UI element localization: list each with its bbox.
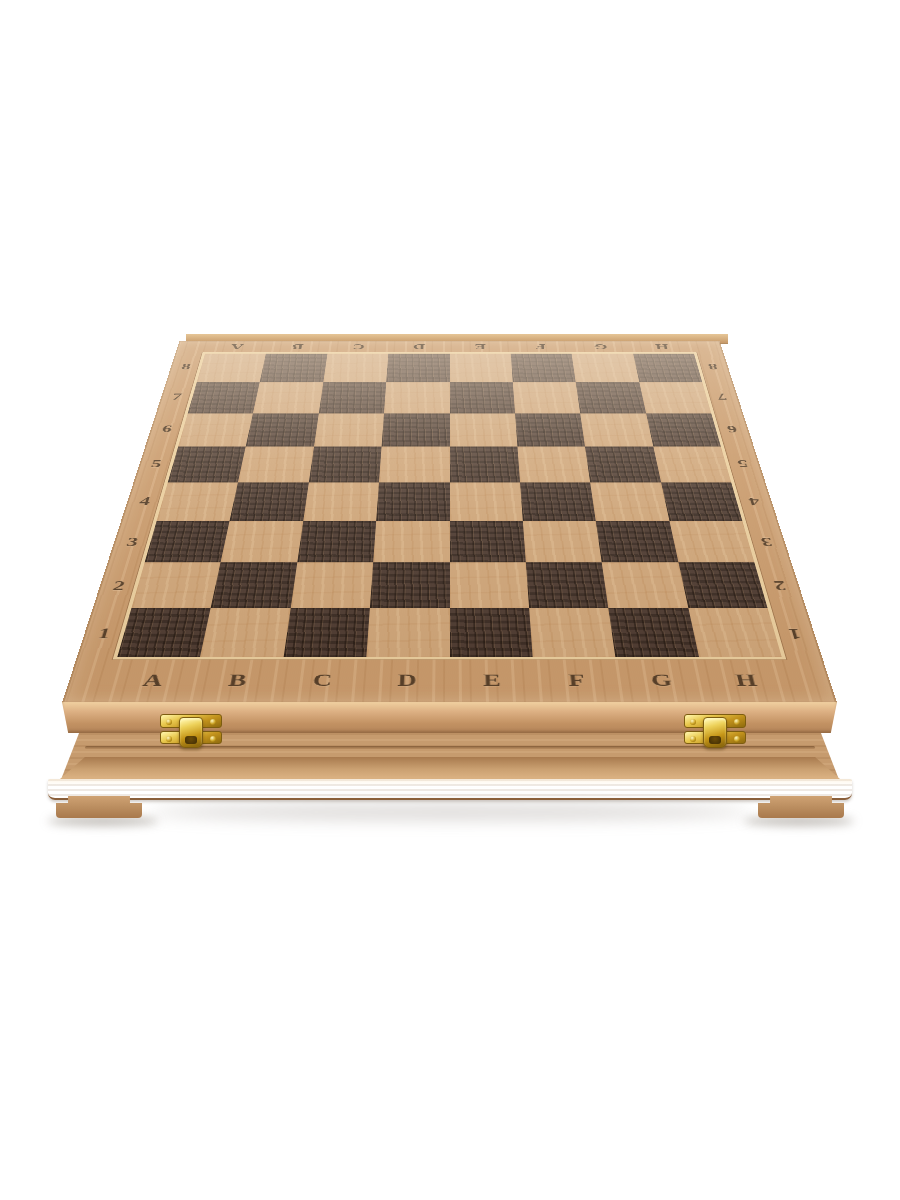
square-a4[interactable] <box>157 482 239 521</box>
file-labels-front: ABCDEFGH <box>106 664 794 698</box>
file-label-back-a: A <box>205 341 268 352</box>
square-c6[interactable] <box>314 413 384 446</box>
square-h7[interactable] <box>639 382 711 413</box>
square-a8[interactable] <box>197 354 266 383</box>
square-c5[interactable] <box>309 447 382 483</box>
screw-icon <box>166 719 172 725</box>
file-label-back-b: B <box>266 341 329 352</box>
chess-board-top: ABCDEFGH ABCDEFGH 87654321 87654321 <box>62 341 837 703</box>
square-c8[interactable] <box>323 354 388 383</box>
square-c4[interactable] <box>303 482 379 521</box>
square-g8[interactable] <box>572 354 639 383</box>
square-a7[interactable] <box>188 382 260 413</box>
square-b1[interactable] <box>200 608 290 657</box>
square-f7[interactable] <box>513 382 581 413</box>
file-labels-back: ABCDEFGH <box>205 341 693 352</box>
file-label-back-h: H <box>630 341 693 352</box>
screw-icon <box>210 736 216 742</box>
file-label-back-c: C <box>327 341 389 352</box>
square-c3[interactable] <box>297 521 376 563</box>
square-f3[interactable] <box>523 521 602 563</box>
square-h5[interactable] <box>653 447 731 483</box>
file-label-back-e: E <box>450 341 511 352</box>
chess-field-8x8 <box>113 352 787 659</box>
square-b6[interactable] <box>246 413 319 446</box>
square-g3[interactable] <box>596 521 678 563</box>
file-label-back-f: F <box>510 341 572 352</box>
screw-icon <box>210 719 216 725</box>
file-label-f: F <box>533 664 621 698</box>
square-c1[interactable] <box>283 608 370 657</box>
square-h2[interactable] <box>678 562 767 607</box>
right-foot <box>758 796 844 818</box>
square-f1[interactable] <box>529 608 616 657</box>
screw-icon <box>734 736 740 742</box>
square-e2[interactable] <box>450 562 529 607</box>
square-c2[interactable] <box>291 562 374 607</box>
square-a2[interactable] <box>132 562 221 607</box>
base-cove-molding <box>60 757 840 779</box>
square-h8[interactable] <box>633 354 702 383</box>
square-e3[interactable] <box>450 521 526 563</box>
square-g2[interactable] <box>602 562 688 607</box>
square-d1[interactable] <box>366 608 449 657</box>
square-d2[interactable] <box>370 562 449 607</box>
square-e1[interactable] <box>450 608 533 657</box>
file-label-b: B <box>192 664 283 698</box>
square-a6[interactable] <box>178 413 253 446</box>
brass-latch-left[interactable] <box>160 714 222 754</box>
latch-slot <box>185 736 197 744</box>
file-label-back-d: D <box>388 341 449 352</box>
square-e4[interactable] <box>450 482 523 521</box>
file-label-a: A <box>106 664 199 698</box>
square-e5[interactable] <box>450 447 520 483</box>
box-shadow <box>150 804 750 820</box>
square-f4[interactable] <box>520 482 596 521</box>
square-d8[interactable] <box>386 354 449 383</box>
square-a5[interactable] <box>168 447 246 483</box>
square-f2[interactable] <box>526 562 609 607</box>
square-g6[interactable] <box>580 413 653 446</box>
file-label-d: D <box>364 664 450 698</box>
square-g4[interactable] <box>590 482 669 521</box>
file-label-c: C <box>278 664 366 698</box>
square-b5[interactable] <box>238 447 314 483</box>
file-label-e: E <box>450 664 536 698</box>
square-c7[interactable] <box>319 382 387 413</box>
file-label-g: G <box>617 664 708 698</box>
square-a3[interactable] <box>145 521 230 563</box>
square-g7[interactable] <box>576 382 646 413</box>
square-e6[interactable] <box>450 413 518 446</box>
square-g1[interactable] <box>608 608 698 657</box>
square-f5[interactable] <box>517 447 590 483</box>
screw-icon <box>166 736 172 742</box>
product-photo-chess-box: ABCDEFGH ABCDEFGH 87654321 87654321 <box>0 0 900 1200</box>
brass-latch-right[interactable] <box>684 714 746 754</box>
base-molding-band <box>48 779 852 800</box>
square-e8[interactable] <box>450 354 513 383</box>
square-d6[interactable] <box>382 413 450 446</box>
file-label-back-g: G <box>570 341 633 352</box>
square-e7[interactable] <box>450 382 515 413</box>
square-f8[interactable] <box>511 354 576 383</box>
file-label-h: H <box>700 664 793 698</box>
left-foot <box>56 796 142 818</box>
square-d5[interactable] <box>379 447 449 483</box>
square-b2[interactable] <box>211 562 297 607</box>
square-b8[interactable] <box>260 354 327 383</box>
square-h4[interactable] <box>661 482 743 521</box>
square-f6[interactable] <box>515 413 585 446</box>
screw-icon <box>690 736 696 742</box>
square-h3[interactable] <box>669 521 754 563</box>
square-g5[interactable] <box>585 447 661 483</box>
screw-icon <box>690 719 696 725</box>
square-d4[interactable] <box>376 482 449 521</box>
square-d3[interactable] <box>373 521 449 563</box>
square-d7[interactable] <box>384 382 449 413</box>
square-h6[interactable] <box>646 413 721 446</box>
square-b7[interactable] <box>253 382 323 413</box>
square-b3[interactable] <box>221 521 303 563</box>
screw-icon <box>734 719 740 725</box>
square-a1[interactable] <box>117 608 211 657</box>
latch-slot <box>709 736 721 744</box>
square-b4[interactable] <box>230 482 309 521</box>
square-h1[interactable] <box>688 608 782 657</box>
